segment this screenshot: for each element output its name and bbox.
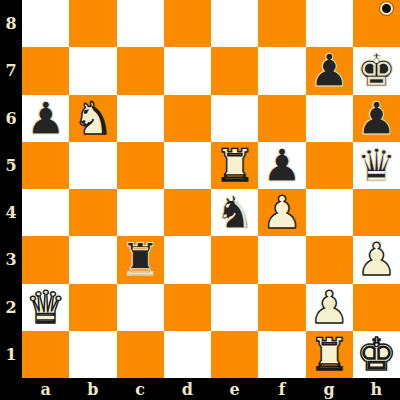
white-queen-a2: ♛ — [25, 284, 65, 331]
square-f7[interactable] — [258, 47, 305, 94]
black-knight-e4: ♞ — [214, 189, 254, 236]
white-rook-g1: ♜ — [309, 331, 349, 378]
white-pawn-f4: ♟ — [262, 189, 302, 236]
rank-label-2: 2 — [0, 284, 22, 331]
square-f3[interactable] — [258, 236, 305, 283]
square-f6[interactable] — [258, 95, 305, 142]
chess-puzzle-frame: 8 7 6 5 4 3 2 1 ♟♚♟♞♟♜♟♛♞♟♜♟♛♟♜♚ a b c d… — [0, 0, 400, 400]
square-a6[interactable]: ♟ — [22, 95, 69, 142]
white-knight-b6: ♞ — [73, 95, 113, 142]
square-g1[interactable]: ♜ — [306, 331, 353, 378]
file-label-g: g — [306, 378, 353, 400]
rank-label-4: 4 — [0, 189, 22, 236]
rank-label-7: 7 — [0, 47, 22, 94]
square-b8[interactable] — [69, 0, 116, 47]
square-c8[interactable] — [117, 0, 164, 47]
square-f4[interactable]: ♟ — [258, 189, 305, 236]
square-d7[interactable] — [164, 47, 211, 94]
file-label-f: f — [258, 378, 305, 400]
square-c5[interactable] — [117, 142, 164, 189]
rank-label-6: 6 — [0, 95, 22, 142]
square-g3[interactable] — [306, 236, 353, 283]
file-label-c: c — [117, 378, 164, 400]
square-a4[interactable] — [22, 189, 69, 236]
white-pawn-g2: ♟ — [309, 284, 349, 331]
black-to-move-indicator — [380, 2, 393, 15]
square-a3[interactable] — [22, 236, 69, 283]
square-e3[interactable] — [211, 236, 258, 283]
board: ♟♚♟♞♟♜♟♛♞♟♜♟♛♟♜♚ — [22, 0, 400, 378]
black-king-h7: ♚ — [356, 47, 396, 94]
square-c4[interactable] — [117, 189, 164, 236]
square-f1[interactable] — [258, 331, 305, 378]
square-b6[interactable]: ♞ — [69, 95, 116, 142]
square-f2[interactable] — [258, 284, 305, 331]
square-g7[interactable]: ♟ — [306, 47, 353, 94]
black-pawn-h6: ♟ — [356, 95, 396, 142]
square-a1[interactable] — [22, 331, 69, 378]
square-b2[interactable] — [69, 284, 116, 331]
square-d8[interactable] — [164, 0, 211, 47]
square-h5[interactable]: ♛ — [353, 142, 400, 189]
square-d3[interactable] — [164, 236, 211, 283]
square-d6[interactable] — [164, 95, 211, 142]
square-h3[interactable]: ♟ — [353, 236, 400, 283]
black-pawn-f5: ♟ — [262, 142, 302, 189]
square-h7[interactable]: ♚ — [353, 47, 400, 94]
square-d2[interactable] — [164, 284, 211, 331]
file-label-d: d — [164, 378, 211, 400]
square-h6[interactable]: ♟ — [353, 95, 400, 142]
black-pawn-g7: ♟ — [309, 47, 349, 94]
square-f8[interactable] — [258, 0, 305, 47]
square-b4[interactable] — [69, 189, 116, 236]
square-a2[interactable]: ♛ — [22, 284, 69, 331]
square-c3[interactable]: ♜ — [117, 236, 164, 283]
black-pawn-a6: ♟ — [25, 95, 65, 142]
square-b5[interactable] — [69, 142, 116, 189]
white-rook-e5: ♜ — [214, 142, 254, 189]
file-label-a: a — [22, 378, 69, 400]
square-b3[interactable] — [69, 236, 116, 283]
square-c2[interactable] — [117, 284, 164, 331]
black-rook-c3: ♜ — [120, 236, 160, 283]
rank-label-8: 8 — [0, 0, 22, 47]
square-b7[interactable] — [69, 47, 116, 94]
square-c6[interactable] — [117, 95, 164, 142]
square-a5[interactable] — [22, 142, 69, 189]
square-c7[interactable] — [117, 47, 164, 94]
square-e1[interactable] — [211, 331, 258, 378]
square-b1[interactable] — [69, 331, 116, 378]
square-a8[interactable] — [22, 0, 69, 47]
rank-label-3: 3 — [0, 236, 22, 283]
rank-label-5: 5 — [0, 142, 22, 189]
file-labels: a b c d e f g h — [22, 378, 400, 400]
white-pawn-h3: ♟ — [356, 236, 396, 283]
square-g2[interactable]: ♟ — [306, 284, 353, 331]
square-d1[interactable] — [164, 331, 211, 378]
rank-labels: 8 7 6 5 4 3 2 1 — [0, 0, 22, 378]
square-e7[interactable] — [211, 47, 258, 94]
square-e2[interactable] — [211, 284, 258, 331]
file-label-b: b — [69, 378, 116, 400]
square-g6[interactable] — [306, 95, 353, 142]
square-h4[interactable] — [353, 189, 400, 236]
square-e6[interactable] — [211, 95, 258, 142]
square-a7[interactable] — [22, 47, 69, 94]
rank-label-1: 1 — [0, 331, 22, 378]
square-e5[interactable]: ♜ — [211, 142, 258, 189]
file-label-h: h — [353, 378, 400, 400]
square-f5[interactable]: ♟ — [258, 142, 305, 189]
file-label-e: e — [211, 378, 258, 400]
square-c1[interactable] — [117, 331, 164, 378]
white-king-h1: ♚ — [356, 331, 396, 378]
square-g5[interactable] — [306, 142, 353, 189]
square-g4[interactable] — [306, 189, 353, 236]
black-queen-h5: ♛ — [356, 142, 396, 189]
square-h1[interactable]: ♚ — [353, 331, 400, 378]
square-d4[interactable] — [164, 189, 211, 236]
square-d5[interactable] — [164, 142, 211, 189]
square-h2[interactable] — [353, 284, 400, 331]
square-e8[interactable] — [211, 0, 258, 47]
square-e4[interactable]: ♞ — [211, 189, 258, 236]
square-g8[interactable] — [306, 0, 353, 47]
